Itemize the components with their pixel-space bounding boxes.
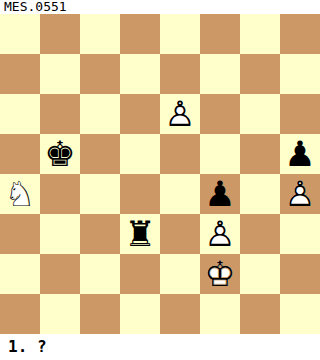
square-c4[interactable]: [80, 174, 120, 214]
square-e3[interactable]: [160, 214, 200, 254]
square-c8[interactable]: [80, 14, 120, 54]
piece-white-pawn: ♟♙: [160, 94, 200, 134]
square-a3[interactable]: [0, 214, 40, 254]
square-h5[interactable]: ♟: [280, 134, 320, 174]
square-b2[interactable]: [40, 254, 80, 294]
piece-outline-layer: ♙: [280, 174, 320, 214]
square-f3[interactable]: ♟♙: [200, 214, 240, 254]
square-g1[interactable]: [240, 294, 280, 334]
piece-outline-layer: ♔: [200, 254, 240, 294]
piece-black-pawn: ♟: [200, 174, 240, 214]
piece-glyph: ♜: [120, 214, 160, 254]
square-b6[interactable]: [40, 94, 80, 134]
square-e4[interactable]: [160, 174, 200, 214]
piece-white-pawn: ♟♙: [280, 174, 320, 214]
square-e1[interactable]: [160, 294, 200, 334]
square-d7[interactable]: [120, 54, 160, 94]
square-g5[interactable]: [240, 134, 280, 174]
chess-board: ♟♙♚♟♞♘♟♟♙♜♟♙♚♔: [0, 14, 320, 334]
square-g8[interactable]: [240, 14, 280, 54]
chess-diagram-page: MES.0551 ♟♙♚♟♞♘♟♟♙♜♟♙♚♔ 1. ?: [0, 0, 320, 360]
square-h6[interactable]: [280, 94, 320, 134]
piece-outline-layer: ♙: [200, 214, 240, 254]
puzzle-id: MES.0551: [4, 0, 67, 14]
square-g7[interactable]: [240, 54, 280, 94]
square-a4[interactable]: ♞♘: [0, 174, 40, 214]
piece-glyph: ♟: [280, 134, 320, 174]
square-h8[interactable]: [280, 14, 320, 54]
square-a2[interactable]: [0, 254, 40, 294]
square-h2[interactable]: [280, 254, 320, 294]
square-d1[interactable]: [120, 294, 160, 334]
square-c7[interactable]: [80, 54, 120, 94]
square-e5[interactable]: [160, 134, 200, 174]
square-d4[interactable]: [120, 174, 160, 214]
square-b8[interactable]: [40, 14, 80, 54]
piece-outline-layer: ♘: [0, 174, 40, 214]
square-a8[interactable]: [0, 14, 40, 54]
piece-glyph: ♟: [200, 174, 240, 214]
piece-white-king: ♚♔: [200, 254, 240, 294]
square-b4[interactable]: [40, 174, 80, 214]
square-g6[interactable]: [240, 94, 280, 134]
square-d8[interactable]: [120, 14, 160, 54]
square-b1[interactable]: [40, 294, 80, 334]
square-c5[interactable]: [80, 134, 120, 174]
square-h4[interactable]: ♟♙: [280, 174, 320, 214]
square-d6[interactable]: [120, 94, 160, 134]
piece-black-king: ♚: [40, 134, 80, 174]
square-h7[interactable]: [280, 54, 320, 94]
square-a1[interactable]: [0, 294, 40, 334]
square-a6[interactable]: [0, 94, 40, 134]
square-e2[interactable]: [160, 254, 200, 294]
piece-black-pawn: ♟: [280, 134, 320, 174]
piece-glyph: ♚: [40, 134, 80, 174]
square-h1[interactable]: [280, 294, 320, 334]
square-h3[interactable]: [280, 214, 320, 254]
square-f4[interactable]: ♟: [200, 174, 240, 214]
square-g4[interactable]: [240, 174, 280, 214]
move-prompt: 1. ?: [8, 337, 47, 357]
square-d2[interactable]: [120, 254, 160, 294]
square-c3[interactable]: [80, 214, 120, 254]
square-e6[interactable]: ♟♙: [160, 94, 200, 134]
piece-white-knight: ♞♘: [0, 174, 40, 214]
piece-white-pawn: ♟♙: [200, 214, 240, 254]
square-b3[interactable]: [40, 214, 80, 254]
square-g2[interactable]: [240, 254, 280, 294]
square-a5[interactable]: [0, 134, 40, 174]
piece-outline-layer: ♙: [160, 94, 200, 134]
square-e8[interactable]: [160, 14, 200, 54]
square-c6[interactable]: [80, 94, 120, 134]
square-b7[interactable]: [40, 54, 80, 94]
square-f2[interactable]: ♚♔: [200, 254, 240, 294]
square-c2[interactable]: [80, 254, 120, 294]
square-d5[interactable]: [120, 134, 160, 174]
square-b5[interactable]: ♚: [40, 134, 80, 174]
square-c1[interactable]: [80, 294, 120, 334]
square-f6[interactable]: [200, 94, 240, 134]
square-e7[interactable]: [160, 54, 200, 94]
square-f7[interactable]: [200, 54, 240, 94]
piece-black-rook: ♜: [120, 214, 160, 254]
square-f8[interactable]: [200, 14, 240, 54]
square-g3[interactable]: [240, 214, 280, 254]
square-f5[interactable]: [200, 134, 240, 174]
square-d3[interactable]: ♜: [120, 214, 160, 254]
square-a7[interactable]: [0, 54, 40, 94]
square-f1[interactable]: [200, 294, 240, 334]
